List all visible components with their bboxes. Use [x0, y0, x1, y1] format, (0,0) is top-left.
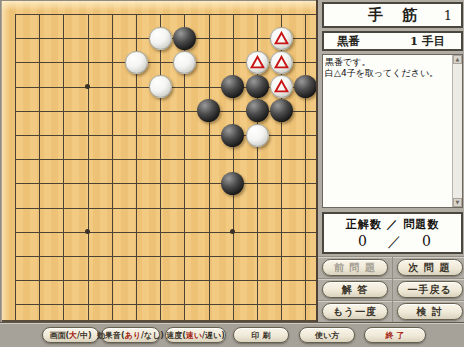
action-button-grid: 前 問 題次 問 題解 答一手戻るもう一度検 討: [318, 256, 464, 322]
button-label-part: 速度(: [166, 330, 186, 341]
white-stone: [125, 51, 148, 74]
score-separator: ／: [388, 233, 402, 251]
white-stone: [173, 51, 196, 74]
grid-line-v: [209, 14, 210, 320]
button-label-part: あり: [125, 330, 141, 341]
answer-button[interactable]: 解 答: [322, 281, 388, 298]
grid-line-v: [160, 14, 161, 320]
side-panel: 手 筋 1 黒番 1 手目 黒番です。 白△4子を取ってください。 ▲ ▼ 正解…: [316, 0, 464, 322]
grid-line-v: [305, 14, 306, 320]
grid-line-v: [233, 14, 234, 320]
button-label-part: /中): [77, 330, 92, 341]
grid-line-v: [88, 14, 89, 320]
print-button[interactable]: 印 刷: [233, 327, 289, 343]
turn-label: 黒番: [337, 34, 360, 49]
grid-line-v: [63, 14, 64, 320]
app-window: 手 筋 1 黒番 1 手目 黒番です。 白△4子を取ってください。 ▲ ▼ 正解…: [0, 0, 464, 347]
problem-number: 1: [444, 8, 452, 23]
instruction-text: 黒番です。 白△4子を取ってください。: [325, 57, 450, 205]
speed-toggle-button[interactable]: 速度(速い/遅い): [165, 327, 226, 343]
grid-line-v: [39, 14, 40, 320]
grid-line-h: [15, 159, 316, 160]
screen-size-button[interactable]: 画面(大/中): [42, 327, 99, 343]
triangle-marked-white-stone: [246, 51, 269, 74]
grid-line-v: [112, 14, 113, 320]
button-cell: もう一度: [318, 300, 392, 322]
button-cell: 解 答: [318, 278, 392, 300]
button-label-part: 大: [69, 330, 77, 341]
grid-line-h: [15, 304, 316, 305]
problem-title-box: 手 筋 1: [322, 2, 463, 28]
button-cell: 次 問 題: [392, 256, 464, 278]
instruction-line: 黒番です。: [325, 57, 450, 68]
triangle-marked-white-stone: [270, 75, 293, 98]
score-values: 0 ／ 0: [324, 232, 461, 251]
black-stone: [173, 27, 196, 50]
scrollbar[interactable]: ▲ ▼: [452, 55, 462, 207]
correct-count: 0: [358, 233, 367, 251]
button-label-part: /遅い): [202, 330, 225, 341]
grid-line-v: [15, 14, 16, 320]
star-point: [230, 229, 235, 234]
button-cell: 検 討: [392, 300, 464, 322]
sound-toggle-button[interactable]: 効果音(あり/なし): [101, 327, 160, 343]
instruction-box: 黒番です。 白△4子を取ってください。 ▲ ▼: [322, 54, 463, 208]
button-cell: 一手戻る: [392, 278, 464, 300]
star-point: [85, 229, 90, 234]
black-stone: [197, 99, 220, 122]
black-stone: [221, 75, 244, 98]
black-stone: [246, 75, 269, 98]
grid-line-h: [15, 135, 316, 136]
triangle-marked-white-stone: [270, 27, 293, 50]
button-label-part: 速い: [186, 330, 202, 341]
button-label-part: 使い方: [315, 330, 339, 341]
review-button[interactable]: 検 討: [397, 303, 463, 320]
grid-line-h: [15, 232, 316, 233]
move-counter: 1 手目: [410, 34, 445, 49]
star-point: [85, 84, 90, 89]
grid-line-h: [15, 280, 316, 281]
black-stone: [221, 124, 244, 147]
problem-count: 0: [422, 233, 431, 251]
white-stone: [246, 124, 269, 147]
next-problem-button[interactable]: 次 問 題: [397, 259, 463, 276]
page-title: 手 筋: [361, 6, 424, 25]
button-label-part: 効果音(: [97, 330, 125, 341]
scroll-up-icon[interactable]: ▲: [453, 55, 462, 64]
grid-line-h: [15, 183, 316, 184]
help-button[interactable]: 使い方: [299, 327, 355, 343]
grid-line-h: [15, 208, 316, 209]
score-header: 正解数 ／ 問題数: [324, 217, 461, 232]
scroll-down-icon[interactable]: ▼: [453, 198, 462, 207]
grid-line-h: [15, 256, 316, 257]
triangle-marked-white-stone: [270, 51, 293, 74]
button-cell: 前 問 題: [318, 256, 392, 278]
black-stone: [294, 75, 317, 98]
go-board[interactable]: [2, 1, 316, 322]
white-stone: [149, 75, 172, 98]
button-label-part: /なし): [141, 330, 164, 341]
retry-button[interactable]: もう一度: [322, 303, 388, 320]
instruction-line: 白△4子を取ってください。: [325, 68, 450, 79]
prev-problem-button: 前 問 題: [322, 259, 388, 276]
black-stone: [221, 172, 244, 195]
undo-move-button[interactable]: 一手戻る: [397, 281, 463, 298]
bottom-toolbar: 画面(大/中)効果音(あり/なし)速度(速い/遅い)印 刷使い方終 了: [0, 322, 464, 347]
black-stone: [246, 99, 269, 122]
button-label-part: 終 了: [386, 330, 405, 341]
button-label-part: 印 刷: [252, 330, 271, 341]
score-box: 正解数 ／ 問題数 0 ／ 0: [322, 212, 463, 254]
white-stone: [149, 27, 172, 50]
button-label-part: 画面(: [49, 330, 69, 341]
black-stone: [270, 99, 293, 122]
quit-button[interactable]: 終 了: [364, 327, 426, 343]
turn-box: 黒番 1 手目: [322, 31, 463, 51]
grid-line-h: [15, 14, 316, 15]
